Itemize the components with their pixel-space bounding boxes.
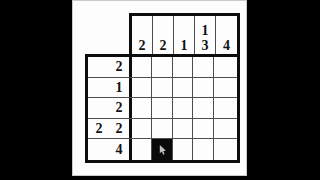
board-row: 1 [88, 78, 237, 99]
board-cell[interactable] [152, 98, 172, 118]
clue-number: 4 [109, 142, 129, 157]
board-cells [129, 139, 234, 160]
column-clue-cell: 13 [195, 16, 216, 54]
clue-number: 2 [89, 121, 109, 136]
board-cell[interactable] [132, 98, 152, 118]
board-cell[interactable] [132, 139, 152, 160]
column-clue-cell: 2 [132, 16, 153, 54]
board-row: 2 [88, 98, 237, 119]
clue-number: 2 [109, 59, 129, 74]
column-clue-cell: 2 [153, 16, 174, 54]
board-cell[interactable] [173, 119, 193, 139]
board-cell[interactable] [152, 78, 172, 98]
board-cell[interactable] [214, 78, 234, 98]
board-cells [129, 57, 234, 77]
board-cell[interactable] [132, 119, 152, 139]
board-cell[interactable] [193, 119, 213, 139]
board-cell[interactable] [152, 119, 172, 139]
board-cell[interactable] [193, 57, 213, 77]
board-cell[interactable] [132, 57, 152, 77]
board-row: 22 [88, 119, 237, 140]
clue-number: 2 [109, 100, 129, 115]
board-cell[interactable] [173, 98, 193, 118]
board-row: 2 [88, 57, 237, 78]
board-cell[interactable] [214, 98, 234, 118]
board-cell[interactable] [152, 139, 172, 160]
board-cell[interactable] [152, 57, 172, 77]
row-clue-cell: 2 [88, 57, 129, 77]
board-cell[interactable] [193, 98, 213, 118]
board-cell[interactable] [132, 78, 152, 98]
clue-number: 3 [202, 38, 209, 53]
column-clue-cell: 4 [216, 16, 237, 54]
clue-number: 2 [139, 38, 146, 53]
column-clue-cell: 1 [174, 16, 195, 54]
board-row: 4 [88, 139, 237, 160]
clue-number: 2 [109, 121, 129, 136]
mouse-cursor-icon [159, 145, 167, 156]
puzzle-panel: 221134 212224 [72, 0, 247, 176]
row-clue-cell: 22 [88, 119, 129, 139]
column-clues-box: 221134 [129, 13, 240, 57]
clue-number: 1 [202, 23, 209, 38]
board-cell[interactable] [193, 78, 213, 98]
clue-number: 2 [160, 38, 167, 53]
clue-number: 4 [223, 38, 230, 53]
board-cells [129, 98, 234, 118]
board-cell[interactable] [173, 78, 193, 98]
row-clue-cell: 1 [88, 78, 129, 98]
clue-number: 1 [181, 38, 188, 53]
clue-number: 1 [109, 80, 129, 95]
board-cells [129, 119, 234, 139]
board-cells [129, 78, 234, 98]
row-clue-cell: 4 [88, 139, 129, 160]
board-cell[interactable] [214, 57, 234, 77]
nonogram-board: 212224 [85, 54, 240, 163]
board-cell[interactable] [193, 139, 213, 160]
board-cell[interactable] [214, 119, 234, 139]
board-cell[interactable] [214, 139, 234, 160]
board-cell[interactable] [173, 57, 193, 77]
letterbox-stage: 221134 212224 [0, 0, 320, 180]
row-clue-cell: 2 [88, 98, 129, 118]
board-cell[interactable] [173, 139, 193, 160]
